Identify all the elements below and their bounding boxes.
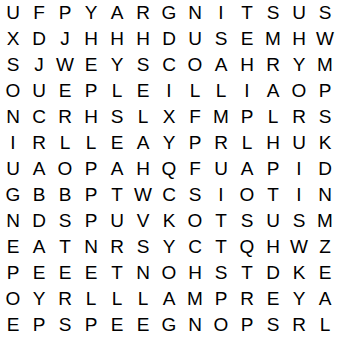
grid-cell[interactable]: A xyxy=(208,52,234,78)
grid-cell[interactable]: G xyxy=(156,0,182,26)
grid-cell[interactable]: P xyxy=(78,181,104,207)
grid-cell[interactable]: P xyxy=(78,311,104,337)
grid-cell[interactable]: T xyxy=(208,233,234,259)
grid-cell[interactable]: H xyxy=(78,26,104,52)
grid-cell[interactable]: U xyxy=(26,78,52,104)
grid-cell[interactable]: E xyxy=(312,259,338,285)
grid-cell[interactable]: J xyxy=(52,26,78,52)
grid-cell[interactable]: J xyxy=(26,52,52,78)
grid-cell[interactable]: O xyxy=(286,78,312,104)
grid-cell[interactable]: T xyxy=(104,181,130,207)
grid-cell[interactable]: L xyxy=(312,311,338,337)
grid-cell[interactable]: I xyxy=(208,181,234,207)
grid-cell[interactable]: A xyxy=(26,156,52,182)
grid-cell[interactable]: P xyxy=(26,311,52,337)
grid-cell[interactable]: E xyxy=(260,285,286,311)
grid-cell[interactable]: L xyxy=(182,78,208,104)
grid-cell[interactable]: H xyxy=(286,26,312,52)
grid-cell[interactable]: S xyxy=(104,104,130,130)
grid-cell[interactable]: U xyxy=(0,156,26,182)
grid-cell[interactable]: S xyxy=(130,233,156,259)
grid-cell[interactable]: L xyxy=(78,285,104,311)
grid-cell[interactable]: M xyxy=(312,207,338,233)
grid-cell[interactable]: W xyxy=(312,26,338,52)
grid-cell[interactable]: O xyxy=(52,156,78,182)
grid-cell[interactable]: S xyxy=(260,311,286,337)
grid-cell[interactable]: E xyxy=(104,311,130,337)
grid-cell[interactable]: S xyxy=(234,207,260,233)
grid-cell[interactable]: M xyxy=(312,52,338,78)
grid-cell[interactable]: H xyxy=(182,259,208,285)
grid-cell[interactable]: A xyxy=(104,156,130,182)
grid-cell[interactable]: E xyxy=(234,26,260,52)
grid-cell[interactable]: U xyxy=(208,156,234,182)
grid-cell[interactable]: C xyxy=(182,233,208,259)
grid-cell[interactable]: W xyxy=(286,233,312,259)
grid-cell[interactable]: R xyxy=(52,104,78,130)
grid-cell[interactable]: U xyxy=(286,0,312,26)
grid-cell[interactable]: R xyxy=(286,104,312,130)
grid-cell[interactable]: L xyxy=(52,130,78,156)
grid-cell[interactable]: N xyxy=(312,181,338,207)
grid-cell[interactable]: X xyxy=(156,104,182,130)
grid-cell[interactable]: E xyxy=(52,259,78,285)
grid-cell[interactable]: Z xyxy=(312,233,338,259)
grid-cell[interactable]: E xyxy=(26,259,52,285)
grid-cell[interactable]: L xyxy=(78,130,104,156)
grid-cell[interactable]: P xyxy=(208,285,234,311)
grid-cell[interactable]: N xyxy=(130,259,156,285)
grid-cell[interactable]: K xyxy=(156,207,182,233)
grid-cell[interactable]: D xyxy=(26,207,52,233)
grid-cell[interactable]: I xyxy=(234,78,260,104)
grid-cell[interactable]: M xyxy=(182,285,208,311)
grid-cell[interactable]: E xyxy=(0,233,26,259)
grid-cell[interactable]: R xyxy=(104,233,130,259)
grid-cell[interactable]: R xyxy=(260,52,286,78)
grid-cell[interactable]: O xyxy=(182,207,208,233)
grid-cell[interactable]: U xyxy=(260,207,286,233)
grid-cell[interactable]: I xyxy=(208,0,234,26)
grid-cell[interactable]: S xyxy=(260,0,286,26)
grid-cell[interactable]: C xyxy=(156,52,182,78)
grid-cell[interactable]: U xyxy=(182,26,208,52)
grid-cell[interactable]: P xyxy=(78,207,104,233)
grid-cell[interactable]: E xyxy=(78,259,104,285)
grid-cell[interactable]: C xyxy=(26,104,52,130)
grid-cell[interactable]: G xyxy=(0,181,26,207)
grid-cell[interactable]: M xyxy=(260,26,286,52)
grid-cell[interactable]: A xyxy=(312,285,338,311)
grid-cell[interactable]: E xyxy=(130,311,156,337)
grid-cell[interactable]: C xyxy=(156,181,182,207)
grid-cell[interactable]: P xyxy=(312,78,338,104)
grid-cell[interactable]: O xyxy=(182,52,208,78)
grid-cell[interactable]: O xyxy=(234,181,260,207)
grid-cell[interactable]: R xyxy=(130,0,156,26)
grid-cell[interactable]: H xyxy=(260,130,286,156)
grid-cell[interactable]: T xyxy=(260,181,286,207)
grid-cell[interactable]: F xyxy=(182,104,208,130)
grid-cell[interactable]: B xyxy=(26,181,52,207)
grid-cell[interactable]: Y xyxy=(286,285,312,311)
grid-cell[interactable]: T xyxy=(104,259,130,285)
grid-cell[interactable]: I xyxy=(156,78,182,104)
grid-cell[interactable]: T xyxy=(234,259,260,285)
grid-cell[interactable]: R xyxy=(286,311,312,337)
grid-cell[interactable]: O xyxy=(208,311,234,337)
grid-cell[interactable]: R xyxy=(234,285,260,311)
grid-cell[interactable]: F xyxy=(182,156,208,182)
grid-cell[interactable]: E xyxy=(130,78,156,104)
grid-cell[interactable]: K xyxy=(312,130,338,156)
grid-cell[interactable]: W xyxy=(52,52,78,78)
grid-cell[interactable]: P xyxy=(234,311,260,337)
grid-cell[interactable]: T xyxy=(208,207,234,233)
grid-cell[interactable]: A xyxy=(130,130,156,156)
grid-cell[interactable]: L xyxy=(260,104,286,130)
grid-cell[interactable]: D xyxy=(260,259,286,285)
grid-cell[interactable]: N xyxy=(182,0,208,26)
grid-cell[interactable]: N xyxy=(0,104,26,130)
grid-cell[interactable]: I xyxy=(286,181,312,207)
grid-cell[interactable]: E xyxy=(78,52,104,78)
grid-cell[interactable]: P xyxy=(52,0,78,26)
grid-cell[interactable]: Y xyxy=(156,233,182,259)
grid-cell[interactable]: A xyxy=(260,78,286,104)
grid-cell[interactable]: P xyxy=(0,259,26,285)
grid-cell[interactable]: S xyxy=(312,104,338,130)
grid-cell[interactable]: T xyxy=(52,233,78,259)
grid-cell[interactable]: S xyxy=(182,181,208,207)
grid-cell[interactable]: T xyxy=(234,0,260,26)
grid-cell[interactable]: S xyxy=(312,0,338,26)
grid-cell[interactable]: E xyxy=(52,78,78,104)
grid-cell[interactable]: A xyxy=(156,285,182,311)
grid-cell[interactable]: P xyxy=(234,104,260,130)
grid-cell[interactable]: U xyxy=(286,130,312,156)
grid-cell[interactable]: Y xyxy=(156,130,182,156)
grid-cell[interactable]: Y xyxy=(26,285,52,311)
grid-cell[interactable]: S xyxy=(52,207,78,233)
grid-cell[interactable]: W xyxy=(130,181,156,207)
grid-cell[interactable]: N xyxy=(78,233,104,259)
grid-cell[interactable]: K xyxy=(286,259,312,285)
grid-cell[interactable]: U xyxy=(104,207,130,233)
grid-cell[interactable]: H xyxy=(104,26,130,52)
grid-cell[interactable]: L xyxy=(130,285,156,311)
grid-cell[interactable]: S xyxy=(52,311,78,337)
grid-cell[interactable]: N xyxy=(0,207,26,233)
grid-cell[interactable]: V xyxy=(130,207,156,233)
grid-cell[interactable]: Q xyxy=(156,156,182,182)
grid-cell[interactable]: L xyxy=(104,78,130,104)
grid-cell[interactable]: D xyxy=(312,156,338,182)
grid-cell[interactable]: D xyxy=(26,26,52,52)
grid-cell[interactable]: L xyxy=(234,130,260,156)
grid-cell[interactable]: O xyxy=(0,78,26,104)
grid-cell[interactable]: X xyxy=(0,26,26,52)
grid-cell[interactable]: I xyxy=(0,130,26,156)
grid-cell[interactable]: H xyxy=(78,104,104,130)
grid-cell[interactable]: L xyxy=(130,104,156,130)
grid-cell[interactable]: S xyxy=(208,26,234,52)
grid-cell[interactable]: D xyxy=(156,26,182,52)
grid-cell[interactable]: A xyxy=(26,233,52,259)
grid-cell[interactable]: A xyxy=(104,0,130,26)
grid-cell[interactable]: S xyxy=(130,52,156,78)
grid-cell[interactable]: Q xyxy=(234,233,260,259)
grid-cell[interactable]: M xyxy=(208,104,234,130)
grid-cell[interactable]: S xyxy=(0,52,26,78)
grid-cell[interactable]: B xyxy=(52,181,78,207)
grid-cell[interactable]: O xyxy=(156,259,182,285)
word-search-grid: UFPYARGNITSUSXDJHHHDUSEMHWSJWEYSCOAHRYMO… xyxy=(0,0,338,337)
grid-cell[interactable]: L xyxy=(208,78,234,104)
grid-cell[interactable]: Y xyxy=(286,52,312,78)
grid-cell[interactable]: N xyxy=(182,311,208,337)
grid-cell[interactable]: P xyxy=(78,156,104,182)
grid-cell[interactable]: R xyxy=(52,285,78,311)
grid-cell[interactable]: P xyxy=(260,156,286,182)
grid-cell[interactable]: F xyxy=(26,0,52,26)
grid-cell[interactable]: S xyxy=(208,259,234,285)
grid-cell[interactable]: P xyxy=(182,130,208,156)
grid-cell[interactable]: Y xyxy=(78,0,104,26)
grid-cell[interactable]: H xyxy=(260,233,286,259)
grid-cell[interactable]: R xyxy=(26,130,52,156)
grid-cell[interactable]: Y xyxy=(104,52,130,78)
grid-cell[interactable]: E xyxy=(0,311,26,337)
grid-cell[interactable]: E xyxy=(104,130,130,156)
grid-cell[interactable]: S xyxy=(286,207,312,233)
grid-cell[interactable]: H xyxy=(234,52,260,78)
grid-cell[interactable]: A xyxy=(234,156,260,182)
grid-cell[interactable]: U xyxy=(0,0,26,26)
grid-cell[interactable]: G xyxy=(156,311,182,337)
grid-cell[interactable]: H xyxy=(130,156,156,182)
grid-cell[interactable]: P xyxy=(78,78,104,104)
grid-cell[interactable]: R xyxy=(208,130,234,156)
grid-cell[interactable]: I xyxy=(286,156,312,182)
grid-cell[interactable]: L xyxy=(104,285,130,311)
grid-cell[interactable]: O xyxy=(0,285,26,311)
grid-cell[interactable]: H xyxy=(130,26,156,52)
